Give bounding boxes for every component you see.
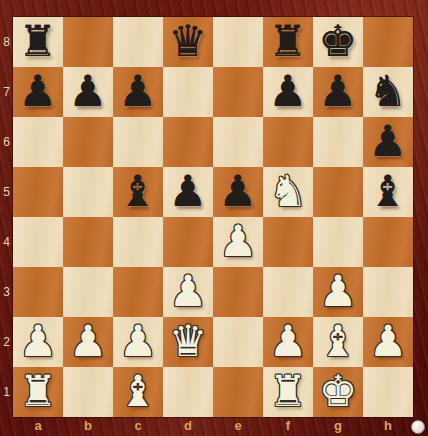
square-a8[interactable]: ♜ bbox=[13, 17, 63, 67]
square-h2[interactable]: ♟ bbox=[363, 317, 413, 367]
board: ♜♛♜♚♟♟♟♟♟♞♟♝♟♟♞♝♟♟♟♟♟♟♛♟♝♟♜♝♜♚ bbox=[13, 17, 413, 417]
white-bishop[interactable]: ♝ bbox=[119, 370, 158, 413]
square-h1[interactable] bbox=[363, 367, 413, 417]
square-h4[interactable] bbox=[363, 217, 413, 267]
file-label-c: c bbox=[113, 417, 163, 436]
white-to-move-indicator bbox=[411, 420, 425, 434]
square-f7[interactable]: ♟ bbox=[263, 67, 313, 117]
black-pawn[interactable]: ♟ bbox=[269, 70, 308, 113]
square-f6[interactable] bbox=[263, 117, 313, 167]
white-rook[interactable]: ♜ bbox=[269, 370, 308, 413]
square-e2[interactable] bbox=[213, 317, 263, 367]
file-label-h: h bbox=[363, 417, 413, 436]
square-g8[interactable]: ♚ bbox=[313, 17, 363, 67]
square-a2[interactable]: ♟ bbox=[13, 317, 63, 367]
white-pawn[interactable]: ♟ bbox=[69, 320, 108, 363]
square-d8[interactable]: ♛ bbox=[163, 17, 213, 67]
square-h7[interactable]: ♞ bbox=[363, 67, 413, 117]
black-bishop[interactable]: ♝ bbox=[119, 170, 158, 213]
square-e5[interactable]: ♟ bbox=[213, 167, 263, 217]
square-f8[interactable]: ♜ bbox=[263, 17, 313, 67]
black-king[interactable]: ♚ bbox=[319, 20, 358, 63]
square-e6[interactable] bbox=[213, 117, 263, 167]
rank-label-6: 6 bbox=[0, 117, 13, 167]
square-f5[interactable]: ♞ bbox=[263, 167, 313, 217]
square-b3[interactable] bbox=[63, 267, 113, 317]
square-a5[interactable] bbox=[13, 167, 63, 217]
square-c5[interactable]: ♝ bbox=[113, 167, 163, 217]
rank-label-7: 7 bbox=[0, 67, 13, 117]
black-pawn[interactable]: ♟ bbox=[319, 70, 358, 113]
white-knight[interactable]: ♞ bbox=[269, 170, 308, 213]
square-c6[interactable] bbox=[113, 117, 163, 167]
square-d3[interactable]: ♟ bbox=[163, 267, 213, 317]
square-b2[interactable]: ♟ bbox=[63, 317, 113, 367]
file-label-d: d bbox=[163, 417, 213, 436]
square-a7[interactable]: ♟ bbox=[13, 67, 63, 117]
white-pawn[interactable]: ♟ bbox=[219, 220, 258, 263]
square-b5[interactable] bbox=[63, 167, 113, 217]
black-rook[interactable]: ♜ bbox=[19, 20, 58, 63]
white-bishop[interactable]: ♝ bbox=[319, 320, 358, 363]
black-pawn[interactable]: ♟ bbox=[69, 70, 108, 113]
rank-label-8: 8 bbox=[0, 17, 13, 67]
square-g7[interactable]: ♟ bbox=[313, 67, 363, 117]
white-pawn[interactable]: ♟ bbox=[169, 270, 208, 313]
white-rook[interactable]: ♜ bbox=[19, 370, 58, 413]
file-labels: abcdefgh bbox=[13, 417, 413, 436]
square-b4[interactable] bbox=[63, 217, 113, 267]
square-c8[interactable] bbox=[113, 17, 163, 67]
square-g2[interactable]: ♝ bbox=[313, 317, 363, 367]
square-g5[interactable] bbox=[313, 167, 363, 217]
square-g6[interactable] bbox=[313, 117, 363, 167]
square-e1[interactable] bbox=[213, 367, 263, 417]
square-b6[interactable] bbox=[63, 117, 113, 167]
file-label-g: g bbox=[313, 417, 363, 436]
square-c4[interactable] bbox=[113, 217, 163, 267]
square-e7[interactable] bbox=[213, 67, 263, 117]
square-d7[interactable] bbox=[163, 67, 213, 117]
file-label-e: e bbox=[213, 417, 263, 436]
black-pawn[interactable]: ♟ bbox=[119, 70, 158, 113]
black-queen[interactable]: ♛ bbox=[169, 20, 208, 63]
square-d6[interactable] bbox=[163, 117, 213, 167]
square-e8[interactable] bbox=[213, 17, 263, 67]
square-h6[interactable]: ♟ bbox=[363, 117, 413, 167]
black-pawn[interactable]: ♟ bbox=[19, 70, 58, 113]
square-c2[interactable]: ♟ bbox=[113, 317, 163, 367]
square-g4[interactable] bbox=[313, 217, 363, 267]
square-f1[interactable]: ♜ bbox=[263, 367, 313, 417]
white-pawn[interactable]: ♟ bbox=[19, 320, 58, 363]
square-c7[interactable]: ♟ bbox=[113, 67, 163, 117]
square-b8[interactable] bbox=[63, 17, 113, 67]
square-a4[interactable] bbox=[13, 217, 63, 267]
white-queen[interactable]: ♛ bbox=[169, 320, 208, 363]
square-d5[interactable]: ♟ bbox=[163, 167, 213, 217]
file-label-f: f bbox=[263, 417, 313, 436]
square-b1[interactable] bbox=[63, 367, 113, 417]
square-h8[interactable] bbox=[363, 17, 413, 67]
white-pawn[interactable]: ♟ bbox=[269, 320, 308, 363]
square-f4[interactable] bbox=[263, 217, 313, 267]
rank-label-2: 2 bbox=[0, 317, 13, 367]
square-a6[interactable] bbox=[13, 117, 63, 167]
square-h5[interactable]: ♝ bbox=[363, 167, 413, 217]
square-e4[interactable]: ♟ bbox=[213, 217, 263, 267]
rank-labels: 87654321 bbox=[0, 17, 13, 417]
square-c3[interactable] bbox=[113, 267, 163, 317]
white-pawn[interactable]: ♟ bbox=[319, 270, 358, 313]
black-knight[interactable]: ♞ bbox=[369, 70, 408, 113]
square-a3[interactable] bbox=[13, 267, 63, 317]
rank-label-5: 5 bbox=[0, 167, 13, 217]
square-d1[interactable] bbox=[163, 367, 213, 417]
square-c1[interactable]: ♝ bbox=[113, 367, 163, 417]
white-pawn[interactable]: ♟ bbox=[119, 320, 158, 363]
black-pawn[interactable]: ♟ bbox=[169, 170, 208, 213]
black-pawn[interactable]: ♟ bbox=[219, 170, 258, 213]
black-rook[interactable]: ♜ bbox=[269, 20, 308, 63]
square-f3[interactable] bbox=[263, 267, 313, 317]
square-d2[interactable]: ♛ bbox=[163, 317, 213, 367]
square-d4[interactable] bbox=[163, 217, 213, 267]
square-a1[interactable]: ♜ bbox=[13, 367, 63, 417]
black-bishop[interactable]: ♝ bbox=[369, 170, 408, 213]
file-label-a: a bbox=[13, 417, 63, 436]
file-label-b: b bbox=[63, 417, 113, 436]
square-g1[interactable]: ♚ bbox=[313, 367, 363, 417]
rank-label-4: 4 bbox=[0, 217, 13, 267]
chess-app: { "game": "chess", "position": { "fen": … bbox=[0, 0, 428, 436]
white-king[interactable]: ♚ bbox=[319, 370, 358, 413]
rank-label-3: 3 bbox=[0, 267, 13, 317]
white-pawn[interactable]: ♟ bbox=[369, 320, 408, 363]
rank-label-1: 1 bbox=[0, 367, 13, 417]
square-h3[interactable] bbox=[363, 267, 413, 317]
square-g3[interactable]: ♟ bbox=[313, 267, 363, 317]
black-pawn[interactable]: ♟ bbox=[369, 120, 408, 163]
square-f2[interactable]: ♟ bbox=[263, 317, 313, 367]
square-e3[interactable] bbox=[213, 267, 263, 317]
square-b7[interactable]: ♟ bbox=[63, 67, 113, 117]
